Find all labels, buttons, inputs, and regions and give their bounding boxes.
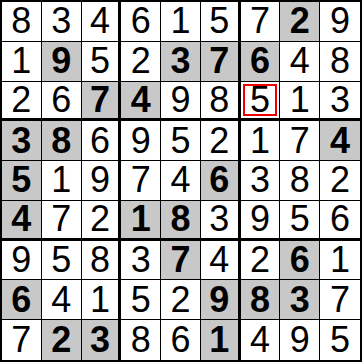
cell-r3c4[interactable]: 4: [121, 82, 161, 122]
cell-r7c1[interactable]: 9: [2, 241, 42, 281]
cell-r2c7[interactable]: 6: [241, 42, 281, 82]
cell-r9c6[interactable]: 1: [201, 320, 241, 360]
cell-r7c7[interactable]: 2: [241, 241, 281, 281]
cell-r3c3[interactable]: 7: [82, 82, 122, 122]
cell-r8c5[interactable]: 2: [161, 280, 201, 320]
cell-r7c8[interactable]: 6: [280, 241, 320, 281]
cell-r4c8[interactable]: 7: [280, 121, 320, 161]
cell-r3c7[interactable]: 5: [241, 82, 281, 122]
cell-r4c1[interactable]: 3: [2, 121, 42, 161]
cell-r8c7[interactable]: 8: [241, 280, 281, 320]
sudoku-board: 8346157291952376482674985133869521745197…: [0, 0, 362, 362]
cell-r3c9[interactable]: 3: [320, 82, 360, 122]
cell-r4c6[interactable]: 2: [201, 121, 241, 161]
cell-r1c5[interactable]: 1: [161, 2, 201, 42]
cell-r3c6[interactable]: 8: [201, 82, 241, 122]
cell-r4c9[interactable]: 4: [320, 121, 360, 161]
cell-r5c4[interactable]: 7: [121, 161, 161, 201]
cell-r8c3[interactable]: 1: [82, 280, 122, 320]
cell-r8c6[interactable]: 9: [201, 280, 241, 320]
cell-r2c2[interactable]: 9: [42, 42, 82, 82]
cell-r5c2[interactable]: 1: [42, 161, 82, 201]
cell-r1c4[interactable]: 6: [121, 2, 161, 42]
cell-r7c9[interactable]: 1: [320, 241, 360, 281]
cell-r3c8[interactable]: 1: [280, 82, 320, 122]
cell-r5c7[interactable]: 3: [241, 161, 281, 201]
cell-r3c1[interactable]: 2: [2, 82, 42, 122]
cell-r2c6[interactable]: 7: [201, 42, 241, 82]
cell-r4c7[interactable]: 1: [241, 121, 281, 161]
cell-r6c4[interactable]: 1: [121, 201, 161, 241]
cell-r9c9[interactable]: 5: [320, 320, 360, 360]
cell-r5c9[interactable]: 2: [320, 161, 360, 201]
cell-r7c6[interactable]: 4: [201, 241, 241, 281]
cell-r9c5[interactable]: 6: [161, 320, 201, 360]
cell-r1c7[interactable]: 7: [241, 2, 281, 42]
cell-r9c4[interactable]: 8: [121, 320, 161, 360]
cell-r6c9[interactable]: 6: [320, 201, 360, 241]
cell-r8c2[interactable]: 4: [42, 280, 82, 320]
cell-r2c5[interactable]: 3: [161, 42, 201, 82]
cell-r5c5[interactable]: 4: [161, 161, 201, 201]
cell-r3c2[interactable]: 6: [42, 82, 82, 122]
cell-r6c5[interactable]: 8: [161, 201, 201, 241]
cell-r4c3[interactable]: 6: [82, 121, 122, 161]
cell-r8c1[interactable]: 6: [2, 280, 42, 320]
cell-r1c1[interactable]: 8: [2, 2, 42, 42]
cell-r9c7[interactable]: 4: [241, 320, 281, 360]
cell-r1c8[interactable]: 2: [280, 2, 320, 42]
cell-r4c4[interactable]: 9: [121, 121, 161, 161]
cell-r9c2[interactable]: 2: [42, 320, 82, 360]
cell-r7c5[interactable]: 7: [161, 241, 201, 281]
cell-r5c6[interactable]: 6: [201, 161, 241, 201]
cell-r2c8[interactable]: 4: [280, 42, 320, 82]
cell-r6c8[interactable]: 5: [280, 201, 320, 241]
cell-r1c9[interactable]: 9: [320, 2, 360, 42]
cell-r4c2[interactable]: 8: [42, 121, 82, 161]
cell-r2c3[interactable]: 5: [82, 42, 122, 82]
cell-r4c5[interactable]: 5: [161, 121, 201, 161]
cell-r6c7[interactable]: 9: [241, 201, 281, 241]
cell-r9c1[interactable]: 7: [2, 320, 42, 360]
cell-r6c2[interactable]: 7: [42, 201, 82, 241]
cell-r5c8[interactable]: 8: [280, 161, 320, 201]
cell-r6c3[interactable]: 2: [82, 201, 122, 241]
cell-r7c4[interactable]: 3: [121, 241, 161, 281]
cell-r2c4[interactable]: 2: [121, 42, 161, 82]
cell-r7c2[interactable]: 5: [42, 241, 82, 281]
cell-r7c3[interactable]: 8: [82, 241, 122, 281]
cell-r1c6[interactable]: 5: [201, 2, 241, 42]
cell-r3c5[interactable]: 9: [161, 82, 201, 122]
cell-r2c1[interactable]: 1: [2, 42, 42, 82]
cell-r2c9[interactable]: 8: [320, 42, 360, 82]
cell-r8c9[interactable]: 7: [320, 280, 360, 320]
cell-r6c6[interactable]: 3: [201, 201, 241, 241]
cell-r1c2[interactable]: 3: [42, 2, 82, 42]
cell-r8c4[interactable]: 5: [121, 280, 161, 320]
cell-r1c3[interactable]: 4: [82, 2, 122, 42]
cell-r6c1[interactable]: 4: [2, 201, 42, 241]
cell-r5c1[interactable]: 5: [2, 161, 42, 201]
cell-r8c8[interactable]: 3: [280, 280, 320, 320]
cell-r5c3[interactable]: 9: [82, 161, 122, 201]
cell-r9c3[interactable]: 3: [82, 320, 122, 360]
cell-r9c8[interactable]: 9: [280, 320, 320, 360]
